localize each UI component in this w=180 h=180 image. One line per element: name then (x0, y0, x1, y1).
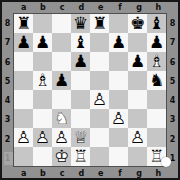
file-label-b: b (33, 2, 52, 13)
square-c1[interactable]: ♚♔ (52, 147, 71, 166)
file-label-g: g (130, 2, 149, 13)
square-f4[interactable] (109, 90, 128, 109)
piece-outline: ♙ (33, 128, 52, 147)
file-label-e: e (91, 167, 110, 180)
file-label-b: b (33, 167, 52, 180)
file-label-g: g (130, 167, 149, 180)
square-d2[interactable]: ♛♕ (71, 128, 90, 147)
square-b8[interactable] (33, 14, 52, 33)
white-to-move-indicator (161, 157, 171, 167)
piece-outline: ♙ (14, 128, 33, 147)
piece-outline: ♙ (109, 109, 128, 128)
piece-outline: ♙ (90, 90, 109, 109)
square-c4[interactable] (52, 90, 71, 109)
square-f1[interactable] (109, 147, 128, 166)
piece-outline: ♗ (147, 52, 166, 71)
piece-white-rook-d1[interactable]: ♜♖ (71, 147, 90, 166)
piece-black-rook-e8[interactable]: ♜ (90, 14, 109, 33)
file-label-h: h (149, 2, 168, 13)
rank-label-6: 6 (167, 53, 178, 72)
file-label-e: e (91, 2, 110, 13)
piece-black-pawn-h7[interactable]: ♟ (147, 33, 166, 52)
square-b4[interactable] (33, 90, 52, 109)
piece-black-pawn-g6[interactable]: ♟ (128, 52, 147, 71)
square-b6[interactable] (33, 52, 52, 71)
square-c7[interactable] (52, 33, 71, 52)
piece-black-knight-h5[interactable]: ♞ (147, 71, 166, 90)
square-b3[interactable] (33, 109, 52, 128)
piece-white-pawn-a2[interactable]: ♟♙ (14, 128, 33, 147)
square-g6[interactable]: ♟ (128, 52, 147, 71)
square-h8[interactable]: ♝ (147, 14, 166, 33)
file-label-f: f (110, 2, 129, 13)
square-d8[interactable]: ♛ (71, 14, 90, 33)
square-a5[interactable] (14, 71, 33, 90)
piece-white-pawn-e4[interactable]: ♟♙ (90, 90, 109, 109)
rank-label-2: 2 (167, 130, 178, 149)
rank-label-3: 3 (2, 110, 13, 129)
rank-label-5: 5 (167, 72, 178, 91)
square-h3[interactable] (147, 109, 166, 128)
square-e5[interactable] (90, 71, 109, 90)
square-c2[interactable]: ♟♙ (52, 128, 71, 147)
square-e4[interactable]: ♟♙ (90, 90, 109, 109)
square-d1[interactable]: ♜♖ (71, 147, 90, 166)
square-h2[interactable] (147, 128, 166, 147)
piece-black-pawn-d6[interactable]: ♟ (71, 52, 90, 71)
piece-outline: ♖ (71, 147, 90, 166)
piece-outline: ♘ (52, 109, 71, 128)
piece-outline: ♕ (71, 128, 90, 147)
square-h4[interactable] (147, 90, 166, 109)
square-a8[interactable]: ♜ (14, 14, 33, 33)
square-e2[interactable] (90, 128, 109, 147)
file-label-a: a (14, 2, 33, 13)
square-e6[interactable] (90, 52, 109, 71)
square-g1[interactable] (128, 147, 147, 166)
square-d5[interactable] (71, 71, 90, 90)
rank-label-3: 3 (167, 110, 178, 129)
square-g3[interactable] (128, 109, 147, 128)
rank-label-5: 5 (2, 72, 13, 91)
square-g2[interactable]: ♟♙ (128, 128, 147, 147)
file-label-h: h (149, 167, 168, 180)
square-e8[interactable]: ♜ (90, 14, 109, 33)
square-c8[interactable] (52, 14, 71, 33)
piece-white-pawn-b2[interactable]: ♟♙ (33, 128, 52, 147)
square-f7[interactable]: ♟ (109, 33, 128, 52)
chess-board[interactable]: ♜♛♜♚♝♟♟♝♟♟♟♟♝♗♝♗♟♞♟♙♞♘♟♙♟♙♟♙♟♙♛♕♟♙♚♔♜♖♜♖ (13, 13, 167, 167)
square-g7[interactable] (128, 33, 147, 52)
piece-white-knight-c3[interactable]: ♞♘ (52, 109, 71, 128)
piece-white-pawn-c2[interactable]: ♟♙ (52, 128, 71, 147)
rank-label-7: 7 (2, 33, 13, 52)
square-f6[interactable] (109, 52, 128, 71)
rank-label-4: 4 (2, 91, 13, 110)
chess-diagram: abcdefgh abcdefgh 87654321 87654321 ♜♛♜♚… (0, 0, 180, 180)
square-g8[interactable]: ♚ (128, 14, 147, 33)
file-label-f: f (110, 167, 129, 180)
square-d6[interactable]: ♟ (71, 52, 90, 71)
piece-black-queen-d8[interactable]: ♛ (71, 14, 90, 33)
file-labels-bottom: abcdefgh (14, 167, 168, 180)
square-f5[interactable] (109, 71, 128, 90)
square-g5[interactable] (128, 71, 147, 90)
rank-label-7: 7 (167, 33, 178, 52)
square-h6[interactable]: ♝♗ (147, 52, 166, 71)
file-labels-top: abcdefgh (14, 2, 168, 13)
square-f2[interactable] (109, 128, 128, 147)
file-label-a: a (14, 167, 33, 180)
rank-label-2: 2 (2, 130, 13, 149)
piece-black-pawn-b7[interactable]: ♟ (33, 33, 52, 52)
square-e3[interactable] (90, 109, 109, 128)
piece-outline: ♔ (52, 147, 71, 166)
square-a6[interactable] (14, 52, 33, 71)
piece-black-bishop-h8[interactable]: ♝ (147, 14, 166, 33)
rank-label-8: 8 (167, 14, 178, 33)
border-corner-mark (4, 152, 13, 165)
square-e7[interactable] (90, 33, 109, 52)
piece-outline: ♗ (33, 71, 52, 90)
piece-white-pawn-g2[interactable]: ♟♙ (128, 128, 147, 147)
rank-labels-right: 87654321 (167, 14, 178, 168)
square-f8[interactable] (109, 14, 128, 33)
piece-black-pawn-c5[interactable]: ♟ (52, 71, 71, 90)
square-e1[interactable] (90, 147, 109, 166)
square-a1[interactable] (14, 147, 33, 166)
piece-white-bishop-h6[interactable]: ♝♗ (147, 52, 166, 71)
file-label-d: d (72, 2, 91, 13)
piece-white-queen-d2[interactable]: ♛♕ (71, 128, 90, 147)
square-h5[interactable]: ♞ (147, 71, 166, 90)
square-c5[interactable]: ♟ (52, 71, 71, 90)
piece-white-bishop-b5[interactable]: ♝♗ (33, 71, 52, 90)
square-b1[interactable] (33, 147, 52, 166)
piece-black-pawn-f7[interactable]: ♟ (109, 33, 128, 52)
piece-white-pawn-f3[interactable]: ♟♙ (109, 109, 128, 128)
file-label-c: c (53, 167, 72, 180)
file-label-d: d (72, 167, 91, 180)
square-a4[interactable] (14, 90, 33, 109)
piece-outline: ♙ (128, 128, 147, 147)
piece-black-pawn-a7[interactable]: ♟ (14, 33, 33, 52)
square-d3[interactable] (71, 109, 90, 128)
rank-label-8: 8 (2, 14, 13, 33)
rank-labels-left: 87654321 (2, 14, 13, 168)
rank-label-6: 6 (2, 53, 13, 72)
square-b5[interactable]: ♝♗ (33, 71, 52, 90)
square-b7[interactable]: ♟ (33, 33, 52, 52)
square-a3[interactable] (14, 109, 33, 128)
square-b2[interactable]: ♟♙ (33, 128, 52, 147)
square-h7[interactable]: ♟ (147, 33, 166, 52)
piece-black-bishop-d7[interactable]: ♝ (71, 33, 90, 52)
square-d7[interactable]: ♝ (71, 33, 90, 52)
square-g4[interactable] (128, 90, 147, 109)
square-f3[interactable]: ♟♙ (109, 109, 128, 128)
piece-black-king-g8[interactable]: ♚ (128, 14, 147, 33)
rank-label-4: 4 (167, 91, 178, 110)
piece-white-king-c1[interactable]: ♚♔ (52, 147, 71, 166)
square-a7[interactable]: ♟ (14, 33, 33, 52)
square-c6[interactable] (52, 52, 71, 71)
piece-black-rook-a8[interactable]: ♜ (14, 14, 33, 33)
file-label-c: c (53, 2, 72, 13)
square-c3[interactable]: ♞♘ (52, 109, 71, 128)
square-a2[interactable]: ♟♙ (14, 128, 33, 147)
piece-outline: ♙ (52, 128, 71, 147)
square-d4[interactable] (71, 90, 90, 109)
